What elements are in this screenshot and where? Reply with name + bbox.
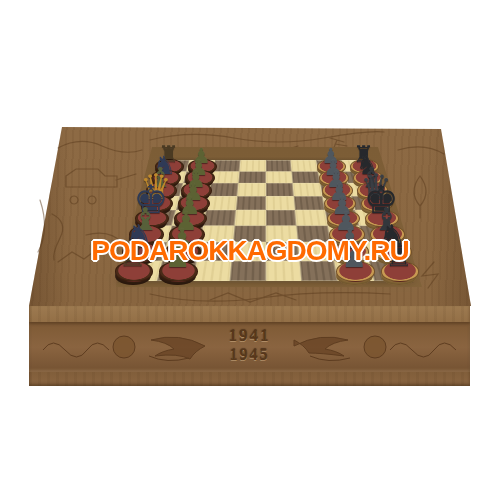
square-c5[interactable] — [266, 183, 295, 196]
square-b3[interactable] — [211, 171, 240, 183]
watermark-text: PODAROKKAGDOMY.RU — [0, 235, 500, 267]
carved-year-1945: 1945 — [29, 346, 470, 364]
carved-year-1941: 1941 — [29, 326, 470, 346]
square-d8[interactable] — [351, 196, 385, 210]
square-c3[interactable] — [208, 183, 238, 196]
box-front-face: 1941 1945 — [29, 306, 470, 386]
carved-ornament-band: 1941 1945 — [29, 322, 470, 372]
square-b5[interactable] — [266, 171, 293, 183]
square-a8[interactable] — [342, 160, 371, 171]
square-b4[interactable] — [238, 171, 265, 183]
square-d6[interactable] — [294, 196, 325, 210]
square-d3[interactable] — [206, 196, 237, 210]
square-e2[interactable] — [172, 210, 206, 225]
square-d4[interactable] — [236, 196, 266, 210]
square-e7[interactable] — [325, 210, 359, 225]
square-a2[interactable] — [186, 160, 214, 171]
product-photo: ♜♟♟♜♞♟♟♞♝♟♟♝♛♟♟♛♚♟♟♚♝♟♟♝♞♟♟♞♜♟♟♜ 1941 19… — [0, 0, 500, 500]
square-e6[interactable] — [295, 210, 328, 225]
square-a7[interactable] — [316, 160, 344, 171]
square-e5[interactable] — [266, 210, 297, 225]
square-b7[interactable] — [318, 171, 348, 183]
square-a5[interactable] — [266, 160, 292, 171]
square-d1[interactable] — [146, 196, 180, 210]
square-a4[interactable] — [239, 160, 265, 171]
square-b6[interactable] — [292, 171, 321, 183]
square-c7[interactable] — [320, 183, 351, 196]
square-b8[interactable] — [345, 171, 376, 183]
square-c4[interactable] — [237, 183, 266, 196]
square-b2[interactable] — [183, 171, 213, 183]
square-e8[interactable] — [355, 210, 390, 225]
square-e4[interactable] — [234, 210, 265, 225]
square-c8[interactable] — [348, 183, 380, 196]
square-d5[interactable] — [266, 196, 296, 210]
square-a1[interactable] — [160, 160, 189, 171]
square-a6[interactable] — [291, 160, 318, 171]
square-c6[interactable] — [293, 183, 323, 196]
square-b1[interactable] — [156, 171, 187, 183]
square-e3[interactable] — [203, 210, 236, 225]
square-d2[interactable] — [176, 196, 208, 210]
square-e1[interactable] — [140, 210, 175, 225]
square-c2[interactable] — [180, 183, 211, 196]
square-a3[interactable] — [213, 160, 240, 171]
square-c1[interactable] — [151, 183, 183, 196]
square-d7[interactable] — [323, 196, 355, 210]
